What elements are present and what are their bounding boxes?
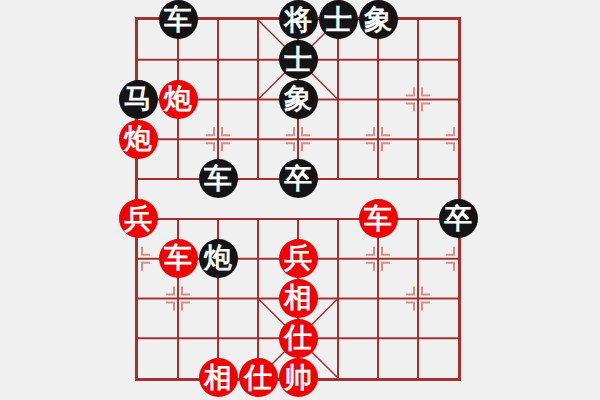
intersection-3-7[interactable]	[238, 278, 278, 318]
intersection-5-0[interactable]: 士	[318, 0, 358, 40]
intersection-1-9[interactable]	[158, 358, 198, 398]
black-chariot[interactable]: 车	[159, 0, 198, 39]
intersection-2-6[interactable]: 炮	[198, 239, 238, 279]
intersection-5-4[interactable]	[318, 159, 358, 199]
intersection-3-4[interactable]	[238, 159, 278, 199]
intersection-1-7[interactable]	[158, 278, 198, 318]
black-horse[interactable]: 马	[119, 80, 158, 119]
intersection-1-0[interactable]: 车	[158, 0, 198, 40]
intersection-6-6[interactable]	[358, 239, 398, 279]
intersection-7-8[interactable]	[398, 318, 438, 358]
intersection-5-6[interactable]	[318, 239, 358, 279]
black-elephant[interactable]: 象	[359, 0, 398, 39]
intersection-8-1[interactable]	[438, 40, 478, 80]
intersection-8-2[interactable]	[438, 80, 478, 120]
red-advisor[interactable]: 仕	[239, 358, 278, 397]
red-elephant[interactable]: 相	[199, 358, 238, 397]
intersection-0-5[interactable]: 兵	[118, 199, 158, 239]
intersection-2-3[interactable]	[198, 119, 238, 159]
intersection-6-0[interactable]: 象	[358, 0, 398, 40]
intersection-4-7[interactable]: 相	[278, 278, 318, 318]
intersection-6-5[interactable]: 车	[358, 199, 398, 239]
intersection-4-5[interactable]	[278, 199, 318, 239]
red-advisor[interactable]: 仕	[279, 319, 318, 358]
intersection-2-2[interactable]	[198, 80, 238, 120]
intersection-7-2[interactable]	[398, 80, 438, 120]
intersection-4-8[interactable]: 仕	[278, 318, 318, 358]
red-soldier[interactable]: 兵	[279, 239, 318, 278]
intersection-7-4[interactable]	[398, 159, 438, 199]
intersection-8-9[interactable]	[438, 358, 478, 398]
intersection-7-7[interactable]	[398, 278, 438, 318]
intersection-1-5[interactable]	[158, 199, 198, 239]
intersection-5-8[interactable]	[318, 318, 358, 358]
intersection-5-1[interactable]	[318, 40, 358, 80]
intersection-3-3[interactable]	[238, 119, 278, 159]
xiangqi-board[interactable]: 车将士象士马炮象炮车卒兵车卒车炮兵相仕相仕帅	[118, 0, 478, 398]
red-cannon[interactable]: 炮	[119, 120, 158, 159]
intersection-0-1[interactable]	[118, 40, 158, 80]
red-cannon[interactable]: 炮	[159, 80, 198, 119]
intersection-0-2[interactable]: 马	[118, 80, 158, 120]
intersection-4-1[interactable]: 士	[278, 40, 318, 80]
intersection-1-4[interactable]	[158, 159, 198, 199]
intersection-4-3[interactable]	[278, 119, 318, 159]
red-soldier[interactable]: 兵	[119, 199, 158, 238]
intersection-2-8[interactable]	[198, 318, 238, 358]
intersection-3-5[interactable]	[238, 199, 278, 239]
black-general[interactable]: 将	[279, 0, 318, 39]
intersection-4-4[interactable]: 卒	[278, 159, 318, 199]
intersection-6-1[interactable]	[358, 40, 398, 80]
intersection-0-7[interactable]	[118, 278, 158, 318]
black-chariot[interactable]: 车	[199, 159, 238, 198]
intersection-3-6[interactable]	[238, 239, 278, 279]
intersection-1-2[interactable]: 炮	[158, 80, 198, 120]
intersection-8-7[interactable]	[438, 278, 478, 318]
xiangqi-app-canvas: 车将士象士马炮象炮车卒兵车卒车炮兵相仕相仕帅	[0, 0, 600, 400]
intersection-7-6[interactable]	[398, 239, 438, 279]
intersection-1-1[interactable]	[158, 40, 198, 80]
intersection-3-2[interactable]	[238, 80, 278, 120]
intersection-0-4[interactable]	[118, 159, 158, 199]
intersection-0-8[interactable]	[118, 318, 158, 358]
intersection-0-9[interactable]	[118, 358, 158, 398]
intersection-7-0[interactable]	[398, 0, 438, 40]
intersection-6-9[interactable]	[358, 358, 398, 398]
intersection-5-5[interactable]	[318, 199, 358, 239]
intersection-8-8[interactable]	[438, 318, 478, 358]
intersection-6-4[interactable]	[358, 159, 398, 199]
intersection-3-0[interactable]	[238, 0, 278, 40]
intersection-4-2[interactable]: 象	[278, 80, 318, 120]
intersection-1-3[interactable]	[158, 119, 198, 159]
intersection-6-3[interactable]	[358, 119, 398, 159]
intersection-7-9[interactable]	[398, 358, 438, 398]
intersection-6-8[interactable]	[358, 318, 398, 358]
intersection-8-5[interactable]: 卒	[438, 199, 478, 239]
intersection-6-2[interactable]	[358, 80, 398, 120]
intersection-7-5[interactable]	[398, 199, 438, 239]
intersection-4-6[interactable]: 兵	[278, 239, 318, 279]
intersection-8-6[interactable]	[438, 239, 478, 279]
intersection-7-3[interactable]	[398, 119, 438, 159]
intersection-7-1[interactable]	[398, 40, 438, 80]
intersection-4-0[interactable]: 将	[278, 0, 318, 40]
black-cannon[interactable]: 炮	[199, 239, 238, 278]
black-soldier[interactable]: 卒	[279, 159, 318, 198]
black-advisor[interactable]: 士	[319, 0, 358, 39]
black-soldier[interactable]: 卒	[439, 199, 478, 238]
intersection-8-0[interactable]	[438, 0, 478, 40]
intersection-8-3[interactable]	[438, 119, 478, 159]
intersection-0-6[interactable]	[118, 239, 158, 279]
red-chariot[interactable]: 车	[359, 199, 398, 238]
intersection-3-9[interactable]: 仕	[238, 358, 278, 398]
intersection-2-9[interactable]: 相	[198, 358, 238, 398]
intersection-2-5[interactable]	[198, 199, 238, 239]
black-advisor[interactable]: 士	[279, 40, 318, 79]
intersection-6-7[interactable]	[358, 278, 398, 318]
intersection-5-2[interactable]	[318, 80, 358, 120]
intersection-1-8[interactable]	[158, 318, 198, 358]
intersection-5-3[interactable]	[318, 119, 358, 159]
intersection-2-7[interactable]	[198, 278, 238, 318]
intersection-3-1[interactable]	[238, 40, 278, 80]
intersection-2-4[interactable]: 车	[198, 159, 238, 199]
black-elephant[interactable]: 象	[279, 80, 318, 119]
intersection-5-9[interactable]	[318, 358, 358, 398]
intersection-0-0[interactable]	[118, 0, 158, 40]
intersection-2-1[interactable]	[198, 40, 238, 80]
intersection-3-8[interactable]	[238, 318, 278, 358]
intersection-8-4[interactable]	[438, 159, 478, 199]
intersection-4-9[interactable]: 帅	[278, 358, 318, 398]
intersection-2-0[interactable]	[198, 0, 238, 40]
red-general[interactable]: 帅	[279, 358, 318, 397]
red-chariot[interactable]: 车	[159, 239, 198, 278]
intersection-0-3[interactable]: 炮	[118, 119, 158, 159]
red-elephant[interactable]: 相	[279, 279, 318, 318]
intersection-1-6[interactable]: 车	[158, 239, 198, 279]
intersection-5-7[interactable]	[318, 278, 358, 318]
